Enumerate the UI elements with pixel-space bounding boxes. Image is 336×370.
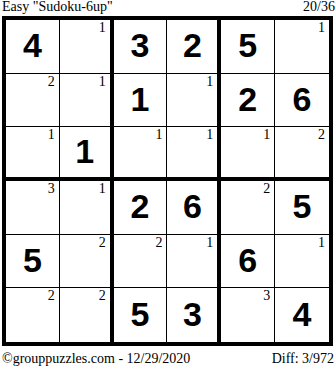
pencil-mark: 2 <box>318 127 325 143</box>
pencil-mark: 2 <box>99 235 106 251</box>
cell-r2c3[interactable]: 1 <box>114 74 168 128</box>
cell-r1c6[interactable]: 1 <box>275 20 329 74</box>
given-digit: 3 <box>167 288 217 342</box>
given-digit: 2 <box>221 74 274 127</box>
cell-r6c1[interactable]: 2 <box>6 288 60 342</box>
given-digit: 5 <box>114 288 167 342</box>
pencil-mark: 1 <box>206 74 213 90</box>
cell-r6c2[interactable]: 2 <box>60 288 114 342</box>
cell-r3c5[interactable]: 1 <box>221 127 275 181</box>
sudoku-grid: 413251211126111112312625522161225334 <box>2 16 333 346</box>
puzzle-counter: 20/36 <box>303 0 335 14</box>
pencil-mark: 1 <box>99 74 106 90</box>
given-digit: 1 <box>114 74 167 127</box>
pencil-mark: 3 <box>263 288 270 304</box>
pencil-mark: 1 <box>206 235 213 251</box>
cell-r1c2[interactable]: 1 <box>60 20 114 74</box>
given-digit: 6 <box>221 235 274 288</box>
given-digit: 4 <box>6 20 59 73</box>
cell-r6c6[interactable]: 4 <box>275 288 329 342</box>
cell-r4c5[interactable]: 2 <box>221 181 275 235</box>
cell-r5c1[interactable]: 5 <box>6 235 60 289</box>
given-digit: 5 <box>275 181 329 234</box>
pencil-mark: 1 <box>99 20 106 36</box>
given-digit: 4 <box>275 288 329 342</box>
pencil-mark: 1 <box>99 181 106 197</box>
pencil-mark: 1 <box>206 127 213 143</box>
given-digit: 6 <box>275 74 329 127</box>
cell-r4c3[interactable]: 2 <box>114 181 168 235</box>
cell-r3c6[interactable]: 2 <box>275 127 329 181</box>
cell-r3c3[interactable]: 1 <box>114 127 168 181</box>
footer-bar: ©grouppuzzles.com - 12/29/2020 Diff: 3/9… <box>2 350 334 368</box>
cell-r4c6[interactable]: 5 <box>275 181 329 235</box>
given-digit: 5 <box>221 20 274 73</box>
cell-r1c4[interactable]: 2 <box>167 20 221 74</box>
cell-r3c2[interactable]: 1 <box>60 127 114 181</box>
pencil-mark: 2 <box>99 288 106 304</box>
cell-r2c1[interactable]: 2 <box>6 74 60 128</box>
cell-r1c1[interactable]: 4 <box>6 20 60 74</box>
cell-r6c5[interactable]: 3 <box>221 288 275 342</box>
pencil-mark: 1 <box>318 20 325 36</box>
pencil-mark: 2 <box>48 74 55 90</box>
pencil-mark: 1 <box>155 127 162 143</box>
cell-r4c4[interactable]: 6 <box>167 181 221 235</box>
given-digit: 3 <box>114 20 167 73</box>
pencil-mark: 2 <box>155 235 162 251</box>
cell-r3c4[interactable]: 1 <box>167 127 221 181</box>
pencil-mark: 2 <box>263 181 270 197</box>
given-digit: 1 <box>60 127 110 177</box>
cell-r2c4[interactable]: 1 <box>167 74 221 128</box>
copyright-text: ©grouppuzzles.com - 12/29/2020 <box>2 350 190 368</box>
pencil-mark: 1 <box>318 235 325 251</box>
given-digit: 6 <box>167 181 217 234</box>
difficulty-text: Diff: 3/972 <box>272 350 334 368</box>
pencil-mark: 1 <box>263 127 270 143</box>
cell-r4c1[interactable]: 3 <box>6 181 60 235</box>
puzzle-title: Easy "Sudoku-6up" <box>2 0 113 14</box>
given-digit: 2 <box>167 20 217 73</box>
cell-r2c2[interactable]: 1 <box>60 74 114 128</box>
cell-r5c4[interactable]: 1 <box>167 235 221 289</box>
cell-r1c3[interactable]: 3 <box>114 20 168 74</box>
cell-r3c1[interactable]: 1 <box>6 127 60 181</box>
given-digit: 5 <box>6 235 59 288</box>
pencil-mark: 1 <box>48 127 55 143</box>
cell-r5c6[interactable]: 1 <box>275 235 329 289</box>
cell-r6c3[interactable]: 5 <box>114 288 168 342</box>
given-digit: 2 <box>114 181 167 234</box>
cell-r1c5[interactable]: 5 <box>221 20 275 74</box>
cell-r2c5[interactable]: 2 <box>221 74 275 128</box>
pencil-mark: 2 <box>48 288 55 304</box>
cell-r5c3[interactable]: 2 <box>114 235 168 289</box>
cell-r5c2[interactable]: 2 <box>60 235 114 289</box>
cell-r6c4[interactable]: 3 <box>167 288 221 342</box>
cell-r2c6[interactable]: 6 <box>275 74 329 128</box>
pencil-mark: 3 <box>48 181 55 197</box>
cell-r4c2[interactable]: 1 <box>60 181 114 235</box>
cell-r5c5[interactable]: 6 <box>221 235 275 289</box>
header-bar: Easy "Sudoku-6up" 20/36 <box>2 0 335 14</box>
